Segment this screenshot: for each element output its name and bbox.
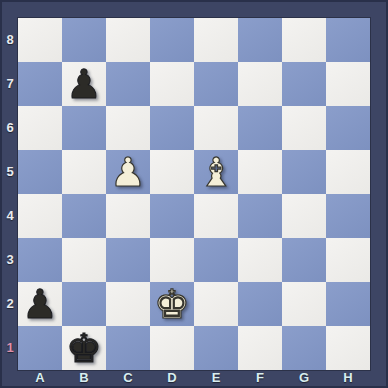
file-label-b: B <box>62 370 106 386</box>
square-d2[interactable]: ♚ <box>150 282 194 326</box>
rank-label-6: 6 <box>2 106 18 150</box>
square-h4[interactable] <box>326 194 370 238</box>
square-h3[interactable] <box>326 238 370 282</box>
square-g5[interactable] <box>282 150 326 194</box>
white-pawn[interactable]: ♟ <box>110 150 146 194</box>
square-f1[interactable] <box>238 326 282 370</box>
square-f4[interactable] <box>238 194 282 238</box>
square-g8[interactable] <box>282 18 326 62</box>
file-label-h: H <box>326 370 370 386</box>
file-label-f: F <box>238 370 282 386</box>
square-g1[interactable] <box>282 326 326 370</box>
square-e3[interactable] <box>194 238 238 282</box>
square-c5[interactable]: ♟ <box>106 150 150 194</box>
square-e6[interactable] <box>194 106 238 150</box>
square-a6[interactable] <box>18 106 62 150</box>
square-g6[interactable] <box>282 106 326 150</box>
file-label-e: E <box>194 370 238 386</box>
square-f2[interactable] <box>238 282 282 326</box>
rank-label-5: 5 <box>2 150 18 194</box>
square-d1[interactable] <box>150 326 194 370</box>
rank-label-8: 8 <box>2 18 18 62</box>
square-c3[interactable] <box>106 238 150 282</box>
square-f5[interactable] <box>238 150 282 194</box>
square-d8[interactable] <box>150 18 194 62</box>
rank-label-4: 4 <box>2 194 18 238</box>
square-f3[interactable] <box>238 238 282 282</box>
square-f8[interactable] <box>238 18 282 62</box>
square-h6[interactable] <box>326 106 370 150</box>
square-b3[interactable] <box>62 238 106 282</box>
square-b4[interactable] <box>62 194 106 238</box>
square-b1[interactable]: ♚ <box>62 326 106 370</box>
rank-label-7: 7 <box>2 62 18 106</box>
file-label-g: G <box>282 370 326 386</box>
rank-label-2: 2 <box>2 282 18 326</box>
square-b5[interactable] <box>62 150 106 194</box>
file-label-d: D <box>150 370 194 386</box>
square-a3[interactable] <box>18 238 62 282</box>
square-c2[interactable] <box>106 282 150 326</box>
rank-label-3: 3 <box>2 238 18 282</box>
square-b6[interactable] <box>62 106 106 150</box>
square-e4[interactable] <box>194 194 238 238</box>
square-e5[interactable]: ♝ <box>194 150 238 194</box>
square-h7[interactable] <box>326 62 370 106</box>
square-a4[interactable] <box>18 194 62 238</box>
square-e2[interactable] <box>194 282 238 326</box>
square-g2[interactable] <box>282 282 326 326</box>
square-g7[interactable] <box>282 62 326 106</box>
square-e7[interactable] <box>194 62 238 106</box>
square-g3[interactable] <box>282 238 326 282</box>
square-b7[interactable]: ♟ <box>62 62 106 106</box>
file-label-c: C <box>106 370 150 386</box>
square-f7[interactable] <box>238 62 282 106</box>
square-h8[interactable] <box>326 18 370 62</box>
square-g4[interactable] <box>282 194 326 238</box>
square-d7[interactable] <box>150 62 194 106</box>
square-a2[interactable]: ♟ <box>18 282 62 326</box>
square-h1[interactable] <box>326 326 370 370</box>
file-labels: ABCDEFGH <box>18 370 370 388</box>
square-c8[interactable] <box>106 18 150 62</box>
square-d3[interactable] <box>150 238 194 282</box>
square-d5[interactable] <box>150 150 194 194</box>
square-a5[interactable] <box>18 150 62 194</box>
square-c4[interactable] <box>106 194 150 238</box>
square-h2[interactable] <box>326 282 370 326</box>
square-b2[interactable] <box>62 282 106 326</box>
square-e1[interactable] <box>194 326 238 370</box>
rank-label-1: 1 <box>2 326 18 370</box>
square-d4[interactable] <box>150 194 194 238</box>
black-pawn[interactable]: ♟ <box>22 282 58 326</box>
square-c6[interactable] <box>106 106 150 150</box>
square-c1[interactable] <box>106 326 150 370</box>
square-a7[interactable] <box>18 62 62 106</box>
square-c7[interactable] <box>106 62 150 106</box>
square-h5[interactable] <box>326 150 370 194</box>
square-a8[interactable] <box>18 18 62 62</box>
black-pawn[interactable]: ♟ <box>66 62 102 106</box>
file-label-a: A <box>18 370 62 386</box>
chess-diagram: ♟♟♝♟♚♚ 87654321 ABCDEFGH <box>0 0 388 388</box>
black-king[interactable]: ♚ <box>66 326 102 370</box>
square-a1[interactable] <box>18 326 62 370</box>
rank-labels: 87654321 <box>2 18 18 370</box>
white-king[interactable]: ♚ <box>154 282 190 326</box>
square-f6[interactable] <box>238 106 282 150</box>
square-d6[interactable] <box>150 106 194 150</box>
square-b8[interactable] <box>62 18 106 62</box>
chess-board: ♟♟♝♟♚♚ <box>18 18 370 370</box>
white-bishop[interactable]: ♝ <box>198 150 234 194</box>
square-e8[interactable] <box>194 18 238 62</box>
